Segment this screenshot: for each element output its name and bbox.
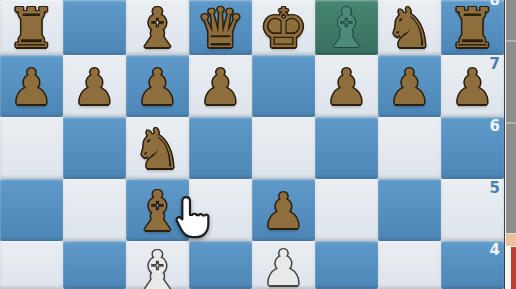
white-bishop[interactable]: ♝	[133, 244, 182, 289]
black-pawn[interactable]: ♟	[388, 63, 432, 112]
square-g5[interactable]	[378, 179, 441, 241]
black-king[interactable]: ♚	[259, 1, 308, 56]
square-a5[interactable]	[0, 179, 63, 241]
square-a7[interactable]: ♟	[0, 55, 63, 117]
rank-coordinate-6: 6	[490, 119, 500, 134]
square-g6[interactable]	[378, 117, 441, 179]
scrollbar-track[interactable]	[506, 0, 516, 233]
ghost-bishop-ghost: ♝	[322, 1, 371, 56]
black-bishop[interactable]: ♝	[133, 184, 182, 239]
black-pawn[interactable]: ♟	[451, 63, 495, 112]
square-e7[interactable]	[252, 55, 315, 117]
black-queen[interactable]: ♛	[196, 1, 245, 56]
square-d4[interactable]	[189, 241, 252, 289]
square-a4[interactable]	[0, 241, 63, 289]
black-rook[interactable]: ♜	[448, 1, 497, 56]
square-g8[interactable]: ♞	[378, 0, 441, 55]
scrollbar-separator	[506, 122, 516, 124]
black-pawn[interactable]: ♟	[73, 63, 117, 112]
square-c5[interactable]: ♝	[126, 179, 189, 241]
square-b8[interactable]	[63, 0, 126, 55]
black-knight[interactable]: ♞	[385, 1, 434, 56]
square-b4[interactable]	[63, 241, 126, 289]
scrollbar-separator	[506, 40, 516, 42]
square-c4[interactable]: ♝	[126, 241, 189, 289]
square-c6[interactable]: ♞	[126, 117, 189, 179]
square-b6[interactable]	[63, 117, 126, 179]
square-f4[interactable]	[315, 241, 378, 289]
square-h4[interactable]: 4	[441, 241, 504, 289]
chess-board[interactable]: ♜♝♛♚♝♞♜8♟♟♟♟♟♟♟7♞6♝♟5♝♟4	[0, 0, 504, 289]
black-pawn[interactable]: ♟	[325, 63, 369, 112]
square-f6[interactable]	[315, 117, 378, 179]
rank-coordinate-4: 4	[490, 243, 500, 258]
square-e6[interactable]	[252, 117, 315, 179]
square-f7[interactable]: ♟	[315, 55, 378, 117]
screenshot-root: ♜♝♛♚♝♞♜8♟♟♟♟♟♟♟7♞6♝♟5♝♟4	[0, 0, 516, 289]
square-b5[interactable]	[63, 179, 126, 241]
square-d7[interactable]: ♟	[189, 55, 252, 117]
square-a6[interactable]	[0, 117, 63, 179]
square-d8[interactable]: ♛	[189, 0, 252, 55]
black-bishop[interactable]: ♝	[133, 1, 182, 56]
square-f5[interactable]	[315, 179, 378, 241]
black-pawn[interactable]: ♟	[10, 63, 54, 112]
square-a8[interactable]: ♜	[0, 0, 63, 55]
square-h6[interactable]: 6	[441, 117, 504, 179]
black-pawn[interactable]: ♟	[199, 63, 243, 112]
rank-coordinate-5: 5	[490, 181, 500, 196]
square-f8[interactable]: ♝	[315, 0, 378, 55]
square-e4[interactable]: ♟	[252, 241, 315, 289]
black-pawn[interactable]: ♟	[262, 187, 306, 236]
square-h8[interactable]: ♜8	[441, 0, 504, 55]
rank-coordinate-8: 8	[490, 0, 500, 8]
square-c7[interactable]: ♟	[126, 55, 189, 117]
black-rook[interactable]: ♜	[7, 1, 56, 56]
black-knight[interactable]: ♞	[133, 122, 182, 177]
black-pawn[interactable]: ♟	[136, 63, 180, 112]
square-h7[interactable]: ♟7	[441, 55, 504, 117]
right-edge-panel	[504, 0, 516, 289]
square-e5[interactable]: ♟	[252, 179, 315, 241]
white-pawn[interactable]: ♟	[262, 244, 306, 289]
square-g4[interactable]	[378, 241, 441, 289]
edge-red-sliver	[511, 247, 516, 289]
square-d5[interactable]	[189, 179, 252, 241]
square-e8[interactable]: ♚	[252, 0, 315, 55]
square-h5[interactable]: 5	[441, 179, 504, 241]
square-c8[interactable]: ♝	[126, 0, 189, 55]
square-g7[interactable]: ♟	[378, 55, 441, 117]
rank-coordinate-7: 7	[490, 57, 500, 72]
square-d6[interactable]	[189, 117, 252, 179]
square-b7[interactable]: ♟	[63, 55, 126, 117]
edge-peach-band	[506, 233, 516, 246]
